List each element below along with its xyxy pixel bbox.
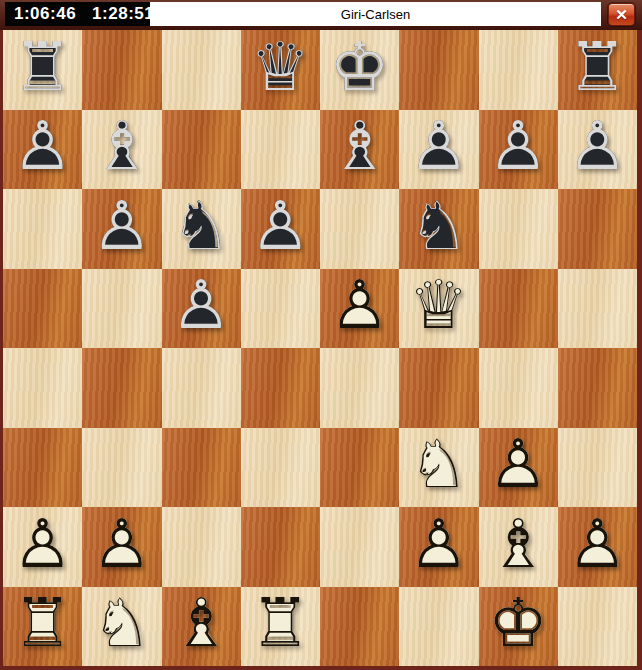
square-e8[interactable]: ♚♔ [320,30,399,110]
square-e6[interactable] [320,189,399,269]
piece-black-knight[interactable]: ♞♘ [399,189,478,269]
chess-board[interactable]: ♜♖♛♕♚♔♜♖♟♙♝♗♝♗♟♙♟♙♟♙♟♙♞♘♟♙♞♘♟♙♟♙♛♕♞♘♟♙♟♙… [0,30,642,670]
piece-black-pawn[interactable]: ♟♙ [479,110,558,190]
close-button[interactable]: ✕ [608,3,635,26]
square-d8[interactable]: ♛♕ [241,30,320,110]
square-h2[interactable]: ♟♙ [558,507,637,587]
square-f5[interactable]: ♛♕ [399,269,478,349]
piece-white-queen[interactable]: ♛♕ [399,269,478,349]
square-e2[interactable] [320,507,399,587]
square-g8[interactable] [479,30,558,110]
clock-left: 1:06:46 [14,4,76,24]
square-d1[interactable]: ♜♖ [241,587,320,667]
piece-white-pawn[interactable]: ♟♙ [320,269,399,349]
piece-black-bishop[interactable]: ♝♗ [82,110,161,190]
square-g7[interactable]: ♟♙ [479,110,558,190]
square-h3[interactable] [558,428,637,508]
piece-black-pawn[interactable]: ♟♙ [162,269,241,349]
piece-white-rook[interactable]: ♜♖ [241,587,320,667]
piece-white-pawn[interactable]: ♟♙ [399,507,478,587]
square-b3[interactable] [82,428,161,508]
title-bar: 1:06:46 1:28:51 Giri-Carlsen ✕ [0,0,642,30]
square-c4[interactable] [162,348,241,428]
square-b8[interactable] [82,30,161,110]
piece-white-pawn[interactable]: ♟♙ [479,428,558,508]
clock-display: 1:06:46 1:28:51 [5,2,163,26]
square-a6[interactable] [3,189,82,269]
square-b1[interactable]: ♞♘ [82,587,161,667]
square-h1[interactable] [558,587,637,667]
piece-black-knight[interactable]: ♞♘ [162,189,241,269]
square-b5[interactable] [82,269,161,349]
square-a1[interactable]: ♜♖ [3,587,82,667]
square-d5[interactable] [241,269,320,349]
square-c8[interactable] [162,30,241,110]
square-g2[interactable]: ♝♗ [479,507,558,587]
square-d3[interactable] [241,428,320,508]
square-b4[interactable] [82,348,161,428]
piece-black-pawn[interactable]: ♟♙ [82,189,161,269]
game-title: Giri-Carlsen [150,2,601,26]
piece-black-bishop[interactable]: ♝♗ [320,110,399,190]
square-h7[interactable]: ♟♙ [558,110,637,190]
piece-white-knight[interactable]: ♞♘ [82,587,161,667]
piece-white-pawn[interactable]: ♟♙ [82,507,161,587]
square-h5[interactable] [558,269,637,349]
close-icon: ✕ [615,7,628,22]
square-f7[interactable]: ♟♙ [399,110,478,190]
square-a3[interactable] [3,428,82,508]
piece-white-king[interactable]: ♚♔ [479,587,558,667]
piece-black-queen[interactable]: ♛♕ [241,30,320,110]
square-c7[interactable] [162,110,241,190]
square-c6[interactable]: ♞♘ [162,189,241,269]
square-e3[interactable] [320,428,399,508]
square-d2[interactable] [241,507,320,587]
square-g5[interactable] [479,269,558,349]
square-g4[interactable] [479,348,558,428]
square-g6[interactable] [479,189,558,269]
square-a5[interactable] [3,269,82,349]
piece-black-pawn[interactable]: ♟♙ [399,110,478,190]
square-e7[interactable]: ♝♗ [320,110,399,190]
square-b6[interactable]: ♟♙ [82,189,161,269]
piece-black-pawn[interactable]: ♟♙ [558,110,637,190]
square-b2[interactable]: ♟♙ [82,507,161,587]
game-title-label: Giri-Carlsen [341,7,410,22]
piece-black-rook[interactable]: ♜♖ [558,30,637,110]
square-c2[interactable] [162,507,241,587]
clock-right: 1:28:51 [92,4,154,24]
square-f8[interactable] [399,30,478,110]
piece-white-pawn[interactable]: ♟♙ [558,507,637,587]
square-h6[interactable] [558,189,637,269]
square-a4[interactable] [3,348,82,428]
square-e4[interactable] [320,348,399,428]
square-e1[interactable] [320,587,399,667]
square-a2[interactable]: ♟♙ [3,507,82,587]
piece-black-king[interactable]: ♚♔ [320,30,399,110]
piece-white-bishop[interactable]: ♝♗ [479,507,558,587]
square-c3[interactable] [162,428,241,508]
piece-white-bishop[interactable]: ♝♗ [162,587,241,667]
square-d4[interactable] [241,348,320,428]
square-f4[interactable] [399,348,478,428]
square-a7[interactable]: ♟♙ [3,110,82,190]
piece-white-rook[interactable]: ♜♖ [3,587,82,667]
piece-white-knight[interactable]: ♞♘ [399,428,478,508]
square-f3[interactable]: ♞♘ [399,428,478,508]
piece-black-pawn[interactable]: ♟♙ [241,189,320,269]
piece-white-pawn[interactable]: ♟♙ [3,507,82,587]
piece-black-pawn[interactable]: ♟♙ [3,110,82,190]
square-f6[interactable]: ♞♘ [399,189,478,269]
square-d6[interactable]: ♟♙ [241,189,320,269]
square-f1[interactable] [399,587,478,667]
piece-black-rook[interactable]: ♜♖ [3,30,82,110]
square-h4[interactable] [558,348,637,428]
square-a8[interactable]: ♜♖ [3,30,82,110]
square-e5[interactable]: ♟♙ [320,269,399,349]
square-h8[interactable]: ♜♖ [558,30,637,110]
square-c1[interactable]: ♝♗ [162,587,241,667]
square-g3[interactable]: ♟♙ [479,428,558,508]
square-b7[interactable]: ♝♗ [82,110,161,190]
square-d7[interactable] [241,110,320,190]
square-g1[interactable]: ♚♔ [479,587,558,667]
square-f2[interactable]: ♟♙ [399,507,478,587]
square-c5[interactable]: ♟♙ [162,269,241,349]
